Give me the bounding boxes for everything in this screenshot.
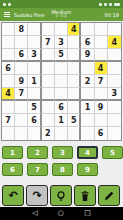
lightbulb-icon xyxy=(55,190,67,202)
sudoku-cell[interactable] xyxy=(2,101,15,114)
home-button[interactable]: ○ xyxy=(58,210,64,217)
sudoku-cell[interactable]: 4 xyxy=(108,36,121,49)
notes-button[interactable] xyxy=(98,185,120,206)
sudoku-cell[interactable]: 5 xyxy=(55,49,68,62)
sudoku-cell[interactable] xyxy=(42,62,55,75)
sudoku-cell[interactable] xyxy=(2,23,15,36)
board-area: 84736463596491274735619761526 xyxy=(0,21,123,141)
sudoku-cell[interactable]: 6 xyxy=(95,127,108,140)
sudoku-cell[interactable]: 9 xyxy=(15,75,28,88)
sudoku-cell[interactable]: 1 xyxy=(81,101,94,114)
sudoku-cell[interactable] xyxy=(108,49,121,62)
sudoku-cell[interactable] xyxy=(108,101,121,114)
sudoku-cell[interactable] xyxy=(81,88,94,101)
numpad-row-1: 12345 xyxy=(0,146,123,159)
sudoku-cell[interactable] xyxy=(95,23,108,36)
sudoku-cell[interactable] xyxy=(68,36,81,49)
sudoku-cell[interactable] xyxy=(15,36,28,49)
recents-button[interactable]: □ xyxy=(84,210,91,217)
hint-button[interactable] xyxy=(50,185,72,206)
numpad-button-1[interactable]: 1 xyxy=(2,146,23,159)
sudoku-cell[interactable]: 4 xyxy=(2,88,15,101)
sudoku-cell[interactable]: 9 xyxy=(81,49,94,62)
numpad-row-2: 6789 xyxy=(0,163,123,176)
battery-icon xyxy=(109,3,112,6)
sudoku-cell[interactable] xyxy=(55,23,68,36)
sudoku-cell[interactable] xyxy=(68,62,81,75)
sudoku-cell[interactable] xyxy=(81,62,94,75)
sudoku-cell[interactable] xyxy=(68,101,81,114)
numpad-button-7[interactable]: 7 xyxy=(27,163,48,176)
sudoku-cell[interactable] xyxy=(108,23,121,36)
sudoku-cell[interactable] xyxy=(95,49,108,62)
sudoku-cell[interactable]: 5 xyxy=(28,101,41,114)
sudoku-cell[interactable] xyxy=(42,49,55,62)
numpad-button-2[interactable]: 2 xyxy=(27,146,48,159)
trash-icon xyxy=(79,190,91,202)
sudoku-cell[interactable]: 7 xyxy=(42,36,55,49)
sudoku-cell[interactable] xyxy=(68,49,81,62)
sudoku-cell[interactable] xyxy=(42,75,55,88)
sudoku-cell[interactable] xyxy=(68,127,81,140)
sudoku-cell[interactable] xyxy=(81,114,94,127)
sudoku-cell[interactable] xyxy=(28,36,41,49)
sudoku-cell[interactable] xyxy=(28,88,41,101)
sudoku-cell[interactable] xyxy=(15,114,28,127)
sudoku-cell[interactable] xyxy=(108,114,121,127)
sudoku-cell[interactable]: 7 xyxy=(2,114,15,127)
timer-label: 0:04 xyxy=(52,15,72,19)
sudoku-cell[interactable]: 2 xyxy=(42,127,55,140)
sudoku-cell[interactable] xyxy=(15,62,28,75)
sudoku-cell[interactable] xyxy=(42,114,55,127)
android-nav-bar: ◁ ○ □ xyxy=(0,207,123,220)
sudoku-cell[interactable]: 8 xyxy=(15,23,28,36)
sudoku-grid: 84736463596491274735619761526 xyxy=(1,22,122,141)
back-button[interactable]: ◁ xyxy=(32,210,37,217)
numpad-button-9[interactable]: 9 xyxy=(77,163,98,176)
numpad-button-8[interactable]: 8 xyxy=(52,163,73,176)
toolbar-right-text: 00:19 xyxy=(105,12,119,18)
sudoku-cell[interactable]: 3 xyxy=(55,36,68,49)
sudoku-cell[interactable] xyxy=(28,62,41,75)
undo-button[interactable]: ↶ xyxy=(2,185,24,206)
status-bar xyxy=(0,0,123,8)
sudoku-cell[interactable] xyxy=(55,88,68,101)
sudoku-cell[interactable]: 6 xyxy=(28,114,41,127)
sudoku-cell[interactable] xyxy=(81,23,94,36)
sudoku-cell[interactable] xyxy=(55,127,68,140)
sudoku-cell[interactable] xyxy=(2,127,15,140)
sudoku-cell[interactable] xyxy=(108,127,121,140)
sudoku-cell[interactable]: 6 xyxy=(55,101,68,114)
redo-button[interactable]: ↷ xyxy=(26,185,48,206)
clock-icon xyxy=(114,3,120,6)
menu-icon[interactable] xyxy=(4,12,10,17)
sudoku-cell[interactable] xyxy=(55,62,68,75)
notification-icon xyxy=(8,3,11,6)
sudoku-cell[interactable] xyxy=(2,36,15,49)
sudoku-cell[interactable] xyxy=(15,127,28,140)
sudoku-cell[interactable]: 6 xyxy=(2,62,15,75)
sudoku-cell[interactable] xyxy=(28,127,41,140)
numpad-button-3[interactable]: 3 xyxy=(52,146,73,159)
sudoku-cell[interactable]: 7 xyxy=(15,88,28,101)
sudoku-cell[interactable] xyxy=(55,75,68,88)
sudoku-cell[interactable] xyxy=(15,101,28,114)
sudoku-cell[interactable]: 3 xyxy=(28,49,41,62)
sudoku-cell[interactable] xyxy=(81,127,94,140)
sudoku-cell[interactable] xyxy=(2,75,15,88)
sudoku-cell[interactable] xyxy=(2,49,15,62)
game-info: Medium 0:04 xyxy=(52,10,72,19)
wifi-icon xyxy=(99,3,102,6)
erase-button[interactable] xyxy=(74,185,96,206)
sudoku-cell[interactable] xyxy=(28,23,41,36)
sudoku-cell[interactable]: 7 xyxy=(95,75,108,88)
sudoku-cell[interactable]: 5 xyxy=(68,114,81,127)
sudoku-cell[interactable]: 2 xyxy=(81,75,94,88)
sudoku-cell[interactable] xyxy=(68,88,81,101)
numpad-button-4[interactable]: 4 xyxy=(77,146,98,159)
sudoku-cell[interactable] xyxy=(95,88,108,101)
sudoku-cell[interactable] xyxy=(95,36,108,49)
action-bar: ↶ ↷ xyxy=(0,185,123,206)
sudoku-cell[interactable] xyxy=(108,75,121,88)
pencil-icon xyxy=(103,190,115,202)
signal-icon xyxy=(104,3,107,6)
sudoku-cell[interactable] xyxy=(42,88,55,101)
numpad-button-6[interactable]: 6 xyxy=(2,163,23,176)
sudoku-cell[interactable]: 1 xyxy=(55,114,68,127)
app-title: Sudoku Free xyxy=(14,12,45,18)
numpad-button-5[interactable]: 5 xyxy=(102,146,123,159)
sudoku-cell[interactable]: 6 xyxy=(81,36,94,49)
sudoku-cell[interactable] xyxy=(108,62,121,75)
redo-icon: ↷ xyxy=(32,189,41,202)
sudoku-cell[interactable] xyxy=(95,114,108,127)
sudoku-cell[interactable] xyxy=(42,101,55,114)
sudoku-cell[interactable] xyxy=(68,75,81,88)
notification-icon xyxy=(3,3,6,6)
sudoku-cell[interactable]: 9 xyxy=(95,101,108,114)
sudoku-cell[interactable]: 6 xyxy=(15,49,28,62)
sudoku-cell[interactable]: 1 xyxy=(28,75,41,88)
app-toolbar: Sudoku Free Medium 0:04 00:19 xyxy=(0,8,123,21)
sudoku-cell[interactable]: 3 xyxy=(108,88,121,101)
sudoku-cell[interactable] xyxy=(42,23,55,36)
sudoku-cell[interactable]: 4 xyxy=(95,62,108,75)
undo-icon: ↶ xyxy=(8,189,17,202)
sudoku-cell[interactable]: 4 xyxy=(68,23,81,36)
